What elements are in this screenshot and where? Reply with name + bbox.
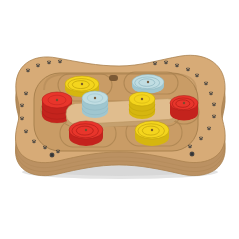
disc-step bbox=[139, 79, 155, 87]
center-hole bbox=[183, 102, 185, 104]
yellow-peg-on-slider[interactable] bbox=[129, 92, 155, 119]
disc-step bbox=[76, 126, 93, 135]
disc-step bbox=[142, 126, 159, 135]
product-photo bbox=[0, 0, 239, 239]
blue-peg-on-slider[interactable] bbox=[82, 91, 108, 118]
dog-puzzle-board bbox=[0, 0, 239, 239]
center-hole bbox=[147, 81, 149, 83]
disc-step bbox=[72, 81, 89, 89]
center-hole bbox=[94, 97, 96, 99]
red-disc-front-left[interactable] bbox=[69, 121, 103, 146]
center-hole bbox=[56, 99, 58, 101]
treat-hole bbox=[109, 75, 118, 81]
screw-icon bbox=[50, 153, 54, 157]
center-hole bbox=[85, 129, 87, 131]
yellow-disc-front-right[interactable] bbox=[135, 121, 169, 146]
screw-icon bbox=[190, 152, 194, 156]
center-hole bbox=[151, 129, 153, 131]
center-hole bbox=[81, 83, 83, 85]
blue-disc-back-right[interactable] bbox=[132, 75, 164, 94]
red-disc-right[interactable] bbox=[170, 96, 198, 121]
disc-step bbox=[176, 100, 190, 108]
center-hole bbox=[141, 98, 143, 100]
